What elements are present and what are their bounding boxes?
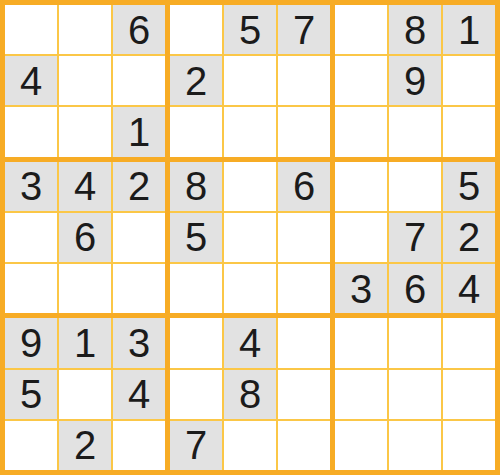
cell-r9c4: 7 [170, 421, 222, 470]
box-r3c2: 487 [170, 318, 330, 470]
cell-r3c2[interactable] [59, 107, 111, 156]
cell-r6c9: 4 [443, 264, 495, 313]
cell-r2c5[interactable] [224, 56, 276, 105]
box-r3c3 [335, 318, 495, 470]
cell-r8c3: 4 [113, 370, 165, 419]
cell-r4c5[interactable] [224, 162, 276, 211]
cell-r1c9: 1 [443, 5, 495, 54]
cell-r7c3: 3 [113, 318, 165, 367]
cell-r8c4[interactable] [170, 370, 222, 419]
cell-r1c6: 7 [278, 5, 330, 54]
box-r2c1: 3426 [5, 162, 165, 314]
cell-r5c6[interactable] [278, 213, 330, 262]
cell-r8c6[interactable] [278, 370, 330, 419]
cell-r6c1[interactable] [5, 264, 57, 313]
cell-r1c3: 6 [113, 5, 165, 54]
box-r3c1: 913542 [5, 318, 165, 470]
cell-r5c8: 7 [389, 213, 441, 262]
cell-r3c6[interactable] [278, 107, 330, 156]
cell-r1c2[interactable] [59, 5, 111, 54]
cell-r2c2[interactable] [59, 56, 111, 105]
cell-r4c3: 2 [113, 162, 165, 211]
cell-r5c1[interactable] [5, 213, 57, 262]
cell-r9c2: 2 [59, 421, 111, 470]
cell-r9c6[interactable] [278, 421, 330, 470]
cell-r2c7[interactable] [335, 56, 387, 105]
cell-r8c7[interactable] [335, 370, 387, 419]
cell-r1c5: 5 [224, 5, 276, 54]
cell-r7c1: 9 [5, 318, 57, 367]
box-r1c3: 819 [335, 5, 495, 157]
cell-r1c1[interactable] [5, 5, 57, 54]
cell-r4c1: 3 [5, 162, 57, 211]
cell-r7c5: 4 [224, 318, 276, 367]
cell-r3c5[interactable] [224, 107, 276, 156]
cell-r8c8[interactable] [389, 370, 441, 419]
cell-r2c3[interactable] [113, 56, 165, 105]
cell-r9c7[interactable] [335, 421, 387, 470]
box-r2c3: 572364 [335, 162, 495, 314]
box-r2c2: 865 [170, 162, 330, 314]
cell-r9c1[interactable] [5, 421, 57, 470]
cell-r9c8[interactable] [389, 421, 441, 470]
cell-r3c1[interactable] [5, 107, 57, 156]
sudoku-board: 6415728193426865572364913542487 [0, 0, 500, 475]
cell-r6c6[interactable] [278, 264, 330, 313]
cell-r2c4: 2 [170, 56, 222, 105]
cell-r2c9[interactable] [443, 56, 495, 105]
cell-r1c8: 8 [389, 5, 441, 54]
cell-r3c9[interactable] [443, 107, 495, 156]
cell-r1c7[interactable] [335, 5, 387, 54]
cell-r7c2: 1 [59, 318, 111, 367]
cell-r5c4: 5 [170, 213, 222, 262]
cell-r5c3[interactable] [113, 213, 165, 262]
cell-r7c7[interactable] [335, 318, 387, 367]
cell-r4c2: 4 [59, 162, 111, 211]
cell-r5c9: 2 [443, 213, 495, 262]
cell-r7c8[interactable] [389, 318, 441, 367]
cell-r5c5[interactable] [224, 213, 276, 262]
cell-r4c9: 5 [443, 162, 495, 211]
cell-r8c5: 8 [224, 370, 276, 419]
cell-r8c2[interactable] [59, 370, 111, 419]
box-r1c2: 572 [170, 5, 330, 157]
cell-r6c5[interactable] [224, 264, 276, 313]
cell-r8c1: 5 [5, 370, 57, 419]
cell-r6c7: 3 [335, 264, 387, 313]
cell-r2c6[interactable] [278, 56, 330, 105]
cell-r6c8: 6 [389, 264, 441, 313]
cell-r6c4[interactable] [170, 264, 222, 313]
cell-r3c4[interactable] [170, 107, 222, 156]
cell-r4c8[interactable] [389, 162, 441, 211]
cell-r3c3: 1 [113, 107, 165, 156]
cell-r9c9[interactable] [443, 421, 495, 470]
cell-r2c1: 4 [5, 56, 57, 105]
cell-r5c2: 6 [59, 213, 111, 262]
cell-r4c4: 8 [170, 162, 222, 211]
cell-r3c8[interactable] [389, 107, 441, 156]
cell-r9c3[interactable] [113, 421, 165, 470]
cell-r8c9[interactable] [443, 370, 495, 419]
cell-r6c2[interactable] [59, 264, 111, 313]
cell-r6c3[interactable] [113, 264, 165, 313]
cell-r7c9[interactable] [443, 318, 495, 367]
cell-r7c6[interactable] [278, 318, 330, 367]
cell-r3c7[interactable] [335, 107, 387, 156]
cell-r9c5[interactable] [224, 421, 276, 470]
cell-r1c4[interactable] [170, 5, 222, 54]
cell-r4c6: 6 [278, 162, 330, 211]
box-r1c1: 641 [5, 5, 165, 157]
cell-r2c8: 9 [389, 56, 441, 105]
cell-r7c4[interactable] [170, 318, 222, 367]
cell-r5c7[interactable] [335, 213, 387, 262]
cell-r4c7[interactable] [335, 162, 387, 211]
